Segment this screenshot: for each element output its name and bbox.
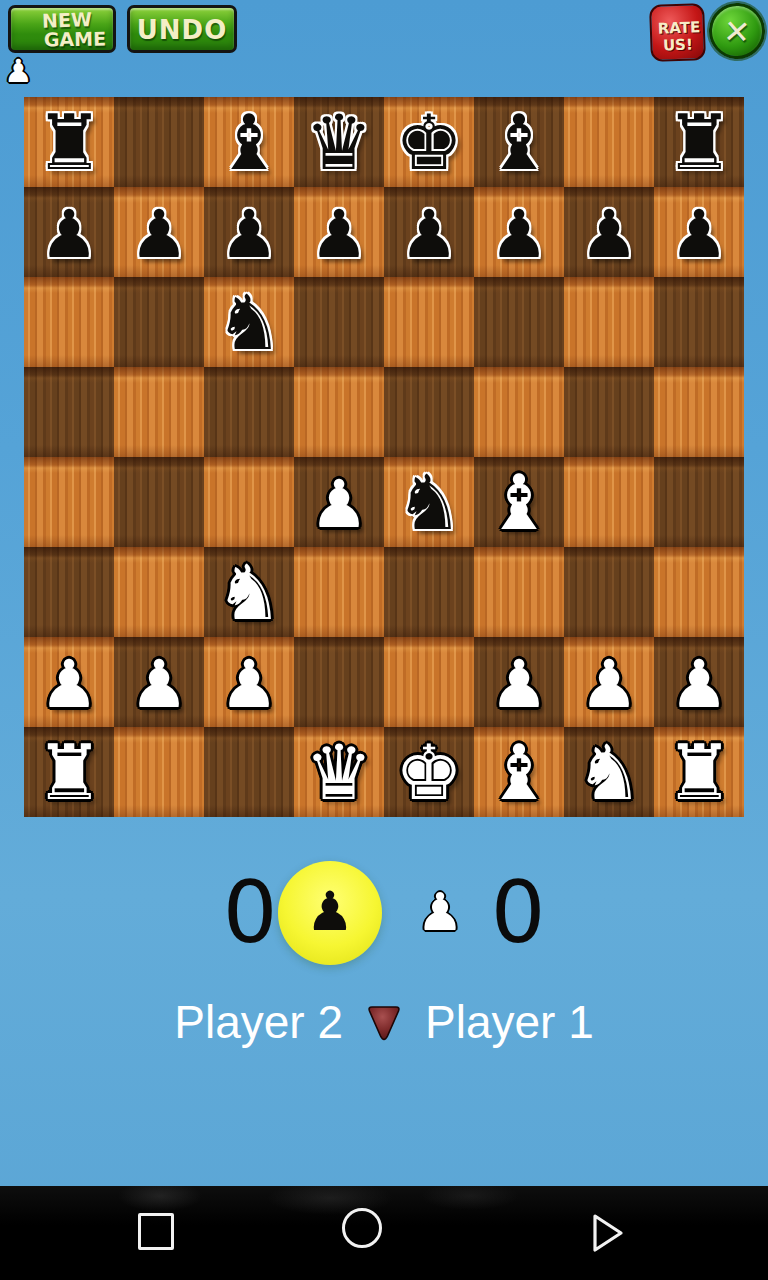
piece-black-rook[interactable]: ♜ [654,97,744,187]
square-b4[interactable] [114,457,204,547]
square-h7[interactable]: ♟ [654,187,744,277]
recents-square-icon[interactable] [138,1213,174,1250]
close-x-icon: ✕ [722,12,751,52]
player1-label: Player 1 [425,996,594,1048]
piece-black-bishop[interactable]: ♝ [474,97,564,187]
piece-black-pawn[interactable]: ♟ [114,187,204,277]
square-a7[interactable]: ♟ [24,187,114,277]
square-d5[interactable] [294,367,384,457]
chess-board: ♜♝♛♚♝♜♟♟♟♟♟♟♟♟♞♟♞♝♞♟♟♟♟♟♟♜♛♚♝♞♜ [24,97,744,817]
square-a3[interactable] [24,547,114,637]
square-c3[interactable]: ♞ [204,547,294,637]
square-g7[interactable]: ♟ [564,187,654,277]
piece-white-pawn[interactable]: ♟ [474,637,564,727]
square-d4[interactable]: ♟ [294,457,384,547]
home-circle-icon[interactable] [342,1208,382,1248]
square-g3[interactable] [564,547,654,637]
white-pawn-icon-wrap: ♟ [408,860,472,964]
square-e7[interactable]: ♟ [384,187,474,277]
square-e4[interactable]: ♞ [384,457,474,547]
square-c5[interactable] [204,367,294,457]
square-h8[interactable]: ♜ [654,97,744,187]
piece-white-rook[interactable]: ♜ [24,727,114,817]
piece-white-pawn[interactable]: ♟ [204,637,294,727]
square-h1[interactable]: ♜ [654,727,744,817]
player2-label: Player 2 [174,996,343,1048]
piece-black-pawn[interactable]: ♟ [474,187,564,277]
square-b2[interactable]: ♟ [114,637,204,727]
piece-white-pawn[interactable]: ♟ [654,637,744,727]
square-a6[interactable] [24,277,114,367]
square-h2[interactable]: ♟ [654,637,744,727]
square-d3[interactable] [294,547,384,637]
square-c8[interactable]: ♝ [204,97,294,187]
square-e6[interactable] [384,277,474,367]
square-g6[interactable] [564,277,654,367]
square-g1[interactable]: ♞ [564,727,654,817]
square-a5[interactable] [24,367,114,457]
piece-white-king[interactable]: ♚ [384,727,474,817]
piece-black-knight[interactable]: ♞ [384,457,474,547]
square-d8[interactable]: ♛ [294,97,384,187]
piece-black-queen[interactable]: ♛ [294,97,384,187]
captured-white-pawn-icon: ♟ [4,52,33,90]
new-game-button[interactable]: NEW GAME [8,5,116,53]
piece-white-pawn[interactable]: ♟ [24,637,114,727]
square-d1[interactable]: ♛ [294,727,384,817]
piece-black-rook[interactable]: ♜ [24,97,114,187]
rate-us-label-line2: US! [663,35,693,54]
square-d6[interactable] [294,277,384,367]
square-e8[interactable]: ♚ [384,97,474,187]
rate-us-label-line1: RATE [658,18,701,37]
square-b3[interactable] [114,547,204,637]
player1-score: 0 [478,860,558,966]
square-e5[interactable] [384,367,474,457]
square-f8[interactable]: ♝ [474,97,564,187]
square-h6[interactable] [654,277,744,367]
square-e3[interactable] [384,547,474,637]
back-triangle-icon[interactable] [591,1210,625,1256]
square-b8[interactable] [114,97,204,187]
players-row: Player 2 Player 1 [0,994,768,1050]
square-h5[interactable] [654,367,744,457]
square-g4[interactable] [564,457,654,547]
rate-us-button[interactable]: RATE US! [649,3,706,62]
square-b7[interactable]: ♟ [114,187,204,277]
square-f3[interactable] [474,547,564,637]
square-b1[interactable] [114,727,204,817]
square-c2[interactable]: ♟ [204,637,294,727]
app-screen: NEW GAME UNDO RATE US! ✕ ♟ ♜♝♛♚♝♜♟♟♟♟♟♟♟… [0,0,768,1280]
piece-black-pawn[interactable]: ♟ [654,187,744,277]
square-e2[interactable] [384,637,474,727]
captured-pieces-tray: ♟ [4,52,33,90]
piece-black-bishop[interactable]: ♝ [204,97,294,187]
white-pawn-icon: ♟ [408,860,472,964]
square-b5[interactable] [114,367,204,457]
square-h3[interactable] [654,547,744,637]
piece-black-pawn[interactable]: ♟ [294,187,384,277]
square-a4[interactable] [24,457,114,547]
square-d2[interactable] [294,637,384,727]
square-f5[interactable] [474,367,564,457]
square-f4[interactable]: ♝ [474,457,564,547]
square-g5[interactable] [564,367,654,457]
black-pawn-icon: ♟ [278,861,382,963]
score-row: 0 ♟ ♟ 0 [0,860,768,966]
piece-black-pawn[interactable]: ♟ [204,187,294,277]
square-f7[interactable]: ♟ [474,187,564,277]
piece-black-pawn[interactable]: ♟ [24,187,114,277]
square-g8[interactable] [564,97,654,187]
new-game-label-line2: GAME [37,29,113,49]
square-c1[interactable] [204,727,294,817]
piece-black-pawn[interactable]: ♟ [564,187,654,277]
piece-black-pawn[interactable]: ♟ [384,187,474,277]
square-f2[interactable]: ♟ [474,637,564,727]
piece-white-bishop[interactable]: ♝ [474,457,564,547]
piece-white-pawn[interactable]: ♟ [114,637,204,727]
square-a2[interactable]: ♟ [24,637,114,727]
square-c6[interactable]: ♞ [204,277,294,367]
piece-white-rook[interactable]: ♜ [654,727,744,817]
piece-black-king[interactable]: ♚ [384,97,474,187]
piece-white-pawn[interactable]: ♟ [564,637,654,727]
square-c7[interactable]: ♟ [204,187,294,277]
square-a1[interactable]: ♜ [24,727,114,817]
undo-button[interactable]: UNDO [127,5,237,53]
square-d7[interactable]: ♟ [294,187,384,277]
square-h4[interactable] [654,457,744,547]
square-a8[interactable]: ♜ [24,97,114,187]
square-f1[interactable]: ♝ [474,727,564,817]
android-nav-bar [0,1186,768,1280]
piece-white-pawn[interactable]: ♟ [294,457,384,547]
piece-white-knight[interactable]: ♞ [204,547,294,637]
square-c4[interactable] [204,457,294,547]
turn-indicator-highlight: ♟ [278,861,382,965]
close-button[interactable]: ✕ [707,1,767,61]
piece-black-knight[interactable]: ♞ [204,277,294,367]
square-f6[interactable] [474,277,564,367]
square-g2[interactable]: ♟ [564,637,654,727]
square-e1[interactable]: ♚ [384,727,474,817]
vs-triangle-icon [365,1003,403,1045]
piece-white-bishop[interactable]: ♝ [474,727,564,817]
square-b6[interactable] [114,277,204,367]
piece-white-queen[interactable]: ♛ [294,727,384,817]
piece-white-knight[interactable]: ♞ [564,727,654,817]
